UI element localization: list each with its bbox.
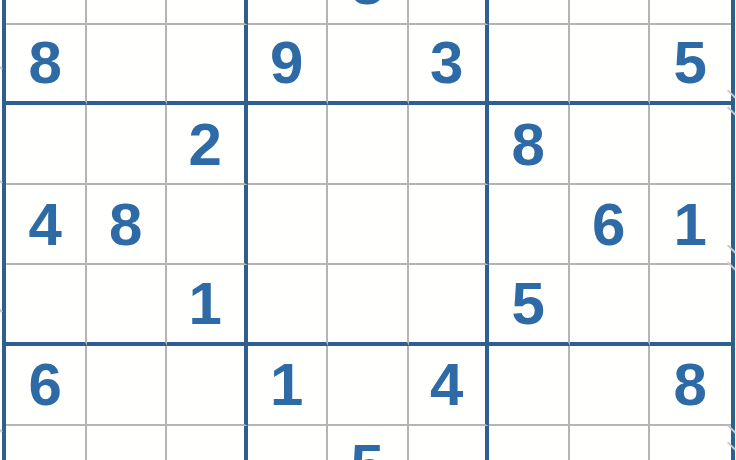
cell-r7c3[interactable] — [167, 346, 248, 426]
cell-r6c8[interactable] — [570, 265, 651, 345]
cell-r7c1[interactable]: 6 — [6, 346, 87, 426]
cell-r6c5[interactable] — [328, 265, 409, 345]
cell-r2c1[interactable] — [6, 0, 87, 25]
cell-r2c3[interactable] — [167, 0, 248, 25]
cell-r4c8[interactable] — [570, 105, 651, 185]
cell-r7c9[interactable]: 8 — [650, 346, 731, 426]
cell-r3c1[interactable]: 8 — [6, 25, 87, 105]
cell-r2c9[interactable] — [650, 0, 731, 25]
cell-r4c1[interactable] — [6, 105, 87, 185]
cell-r7c7[interactable] — [489, 346, 570, 426]
cell-r8c2[interactable] — [87, 426, 168, 460]
sudoku-board: 889352848611561485 — [2, 0, 735, 460]
cell-r5c8[interactable]: 6 — [570, 185, 651, 265]
cell-r3c7[interactable] — [489, 25, 570, 105]
cell-r6c1[interactable] — [6, 265, 87, 345]
cell-r8c1[interactable] — [6, 426, 87, 460]
cell-r2c7[interactable] — [489, 0, 570, 25]
cell-r4c5[interactable] — [328, 105, 409, 185]
cell-r4c2[interactable] — [87, 105, 168, 185]
cell-r3c8[interactable] — [570, 25, 651, 105]
cell-r6c3[interactable]: 1 — [167, 265, 248, 345]
cell-r3c3[interactable] — [167, 25, 248, 105]
cell-r2c6[interactable] — [409, 0, 490, 25]
cell-r6c7[interactable]: 5 — [489, 265, 570, 345]
cell-r5c3[interactable] — [167, 185, 248, 265]
cell-r8c6[interactable] — [409, 426, 490, 460]
cell-r7c2[interactable] — [87, 346, 168, 426]
cell-r6c6[interactable] — [409, 265, 490, 345]
cell-r2c2[interactable] — [87, 0, 168, 25]
cell-r4c9[interactable] — [650, 105, 731, 185]
cell-r5c9[interactable]: 1 — [650, 185, 731, 265]
cell-r7c8[interactable] — [570, 346, 651, 426]
cell-r5c7[interactable] — [489, 185, 570, 265]
cell-r3c5[interactable] — [328, 25, 409, 105]
cell-r5c2[interactable]: 8 — [87, 185, 168, 265]
cell-r4c7[interactable]: 8 — [489, 105, 570, 185]
cell-r6c2[interactable] — [87, 265, 168, 345]
cell-r6c4[interactable] — [248, 265, 329, 345]
cell-r5c1[interactable]: 4 — [6, 185, 87, 265]
cell-r3c9[interactable]: 5 — [650, 25, 731, 105]
cell-r7c4[interactable]: 1 — [248, 346, 329, 426]
cell-r4c3[interactable]: 2 — [167, 105, 248, 185]
cell-r8c3[interactable] — [167, 426, 248, 460]
cell-r8c9[interactable] — [650, 426, 731, 460]
cell-r3c4[interactable]: 9 — [248, 25, 329, 105]
cell-r7c6[interactable]: 4 — [409, 346, 490, 426]
cell-r4c4[interactable] — [248, 105, 329, 185]
cell-r7c5[interactable] — [328, 346, 409, 426]
cell-r5c4[interactable] — [248, 185, 329, 265]
cell-r8c7[interactable] — [489, 426, 570, 460]
cell-r6c9[interactable] — [650, 265, 731, 345]
cell-r8c4[interactable] — [248, 426, 329, 460]
cell-r5c6[interactable] — [409, 185, 490, 265]
cell-r5c5[interactable] — [328, 185, 409, 265]
cell-r3c6[interactable]: 3 — [409, 25, 490, 105]
cell-r8c5[interactable]: 5 — [328, 426, 409, 460]
cell-r2c5[interactable]: 8 — [328, 0, 409, 25]
cell-r2c8[interactable] — [570, 0, 651, 25]
cell-r8c8[interactable] — [570, 426, 651, 460]
cell-r4c6[interactable] — [409, 105, 490, 185]
cell-r3c2[interactable] — [87, 25, 168, 105]
cell-r2c4[interactable] — [248, 0, 329, 25]
